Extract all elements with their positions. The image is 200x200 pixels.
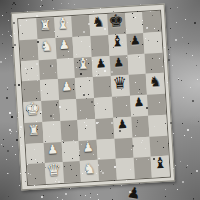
- noise-dot: [15, 4, 16, 5]
- black-pawn[interactable]: ♟: [91, 52, 110, 74]
- noise-dot: [3, 146, 4, 147]
- white-knight[interactable]: ♞: [80, 157, 99, 179]
- noise-dot: [6, 159, 7, 160]
- square-g4[interactable]: ♟: [129, 95, 148, 117]
- white-rook[interactable]: ♜: [24, 119, 43, 141]
- noise-dot: [0, 61, 2, 63]
- white-pawn[interactable]: ♟: [55, 34, 74, 56]
- noise-dot: [165, 196, 166, 197]
- noise-dot: [9, 129, 11, 131]
- noise-dot: [8, 31, 9, 32]
- square-b5[interactable]: [40, 79, 59, 101]
- square-b1[interactable]: ♛: [45, 162, 64, 184]
- white-rook[interactable]: ♜: [36, 14, 55, 36]
- noise-dot: [40, 6, 41, 7]
- noise-dot: [186, 53, 187, 54]
- noise-dot: [112, 199, 113, 200]
- square-g3[interactable]: [131, 115, 150, 137]
- black-bishop[interactable]: ♝: [108, 31, 127, 53]
- noise-dot: [2, 15, 3, 16]
- noise-dot: [110, 188, 111, 189]
- noise-dot: [193, 198, 194, 199]
- square-h4[interactable]: [147, 94, 166, 116]
- square-d4[interactable]: [76, 98, 95, 120]
- white-pawn[interactable]: ♟: [43, 138, 62, 160]
- noise-dot: [113, 185, 114, 186]
- noise-dot: [196, 170, 198, 172]
- noise-dot: [62, 199, 63, 200]
- white-bishop[interactable]: ♝: [74, 54, 93, 76]
- square-a7[interactable]: [19, 39, 38, 61]
- square-d5[interactable]: [75, 77, 94, 99]
- noise-dot: [57, 197, 58, 198]
- black-king[interactable]: ♚: [107, 10, 126, 32]
- square-e4[interactable]: [94, 97, 113, 119]
- noise-dot: [12, 146, 13, 147]
- square-e1[interactable]: [98, 159, 117, 181]
- square-a6[interactable]: [21, 60, 40, 82]
- noise-dot: [15, 154, 16, 155]
- square-g6[interactable]: [127, 53, 146, 75]
- square-c7[interactable]: ♟: [55, 37, 74, 59]
- square-f2[interactable]: [114, 137, 133, 159]
- square-b6[interactable]: [38, 59, 57, 81]
- noise-dot: [192, 55, 193, 56]
- noise-dot: [193, 199, 194, 200]
- noise-dot: [90, 197, 91, 198]
- noise-dot: [173, 184, 174, 185]
- black-pawn[interactable]: ♟: [129, 92, 148, 114]
- noise-dot: [16, 131, 17, 132]
- noise-dot: [19, 185, 20, 186]
- noise-dot: [186, 167, 187, 168]
- square-c5[interactable]: ♟: [57, 78, 76, 100]
- noise-dot: [70, 188, 71, 189]
- noise-dot: [9, 112, 11, 114]
- square-h5[interactable]: ♞: [146, 73, 165, 95]
- black-pawn[interactable]: ♟: [109, 51, 128, 73]
- chessboard-photo: ♜♝♞♚♞♟♝♟♝♟♟♟♛♞♚♟♜♟♟♟♛♞♝ ♟: [0, 0, 200, 200]
- square-e2[interactable]: [97, 138, 116, 160]
- square-f5[interactable]: ♛: [111, 75, 130, 97]
- square-h8[interactable]: [142, 11, 161, 33]
- noise-dot: [98, 199, 99, 200]
- noise-dot: [61, 3, 62, 4]
- white-pawn[interactable]: ♟: [57, 75, 76, 97]
- square-c3[interactable]: [60, 120, 79, 142]
- noise-dot: [188, 43, 189, 44]
- square-e5[interactable]: [93, 76, 112, 98]
- noise-dot: [181, 80, 182, 81]
- noise-dot: [11, 8, 12, 9]
- square-g1[interactable]: [133, 157, 152, 179]
- noise-dot: [12, 4, 13, 5]
- square-e8[interactable]: ♞: [89, 14, 108, 36]
- noise-dot: [5, 58, 6, 59]
- noise-dot: [185, 19, 186, 20]
- noise-dot: [7, 173, 8, 174]
- noise-dot: [182, 123, 183, 124]
- black-knight[interactable]: ♞: [146, 70, 165, 92]
- noise-dot: [169, 54, 170, 55]
- noise-dot: [196, 65, 197, 66]
- noise-dot: [10, 133, 11, 134]
- square-c2[interactable]: [61, 140, 80, 162]
- noise-dot: [184, 135, 185, 136]
- noise-dot: [182, 181, 184, 183]
- square-d1[interactable]: ♞: [80, 160, 99, 182]
- noise-dot: [42, 5, 43, 6]
- white-pawn[interactable]: ♟: [79, 136, 98, 158]
- noise-dot: [6, 97, 8, 99]
- noise-dot: [85, 195, 86, 196]
- square-f3[interactable]: ♟: [113, 117, 132, 139]
- noise-dot: [43, 195, 44, 196]
- noise-dot: [53, 8, 54, 9]
- noise-dot: [172, 65, 173, 66]
- noise-dot: [198, 121, 199, 122]
- noise-dot: [190, 87, 191, 88]
- noise-dot: [7, 89, 8, 90]
- chess-board: ♜♝♞♚♞♟♝♟♝♟♟♟♛♞♚♟♜♟♟♟♛♞♝: [17, 10, 171, 186]
- captured-black-pawn: ♟: [126, 185, 142, 200]
- noise-dot: [3, 139, 4, 140]
- noise-dot: [170, 8, 171, 9]
- noise-dot: [175, 39, 177, 41]
- square-g7[interactable]: ♟: [126, 33, 145, 55]
- noise-dot: [10, 35, 11, 36]
- square-a3[interactable]: ♜: [24, 122, 43, 144]
- square-h7[interactable]: [144, 32, 163, 54]
- white-queen[interactable]: ♛: [44, 159, 63, 181]
- square-c1[interactable]: [62, 161, 81, 183]
- noise-dot: [170, 47, 171, 48]
- noise-dot: [177, 189, 178, 190]
- noise-dot: [191, 173, 192, 174]
- noise-dot: [80, 195, 81, 196]
- noise-dot: [7, 150, 9, 152]
- square-a8[interactable]: [18, 18, 37, 40]
- black-knight[interactable]: ♞: [89, 11, 108, 33]
- noise-dot: [68, 3, 69, 4]
- square-g2[interactable]: [132, 136, 151, 158]
- square-d8[interactable]: [71, 15, 90, 37]
- square-b4[interactable]: [41, 100, 60, 122]
- square-f1[interactable]: [115, 158, 134, 180]
- noise-dot: [41, 196, 43, 198]
- noise-dot: [165, 189, 166, 190]
- noise-dot: [194, 22, 196, 24]
- board-frame: ♜♝♞♚♞♟♝♟♝♟♟♟♛♞♚♟♜♟♟♟♛♞♝: [11, 4, 175, 191]
- black-bishop[interactable]: ♝: [151, 153, 170, 175]
- noise-dot: [1, 144, 2, 145]
- square-h3[interactable]: [148, 114, 167, 136]
- square-d6[interactable]: ♝: [74, 57, 93, 79]
- noise-dot: [74, 4, 75, 5]
- noise-dot: [197, 79, 198, 80]
- noise-dot: [69, 188, 70, 189]
- noise-dot: [168, 59, 170, 61]
- noise-dot: [2, 34, 3, 35]
- noise-dot: [41, 0, 42, 1]
- noise-dot: [168, 49, 169, 50]
- noise-dot: [177, 7, 178, 8]
- noise-dot: [11, 131, 12, 132]
- square-a2[interactable]: [26, 143, 45, 165]
- black-pawn[interactable]: ♟: [126, 30, 145, 52]
- noise-dot: [8, 173, 9, 174]
- square-c4[interactable]: [59, 99, 78, 121]
- noise-dot: [121, 185, 122, 186]
- noise-dot: [191, 137, 192, 138]
- noise-dot: [65, 193, 67, 195]
- square-e3[interactable]: [95, 118, 114, 140]
- noise-dot: [97, 194, 98, 195]
- noise-dot: [178, 79, 179, 80]
- white-bishop[interactable]: ♝: [54, 13, 73, 35]
- noise-dot: [173, 133, 174, 134]
- noise-dot: [90, 193, 91, 194]
- noise-dot: [11, 55, 12, 56]
- noise-dot: [170, 28, 171, 29]
- noise-dot: [175, 165, 176, 166]
- noise-dot: [6, 12, 7, 13]
- square-a1[interactable]: [27, 163, 46, 185]
- noise-dot: [182, 37, 183, 38]
- noise-dot: [178, 78, 179, 79]
- noise-dot: [13, 2, 15, 4]
- noise-dot: [192, 100, 194, 102]
- noise-dot: [7, 87, 8, 88]
- noise-dot: [183, 97, 184, 98]
- square-h1[interactable]: ♝: [151, 156, 170, 178]
- white-king[interactable]: ♚: [23, 98, 42, 120]
- noise-dot: [187, 165, 188, 166]
- black-pawn[interactable]: ♟: [113, 114, 132, 136]
- black-queen[interactable]: ♛: [110, 72, 129, 94]
- noise-dot: [2, 43, 3, 44]
- noise-dot: [180, 161, 181, 162]
- noise-dot: [8, 196, 9, 197]
- square-b7[interactable]: ♞: [37, 38, 56, 60]
- noise-dot: [187, 129, 189, 131]
- noise-dot: [176, 22, 177, 23]
- noise-dot: [11, 116, 13, 118]
- square-e6[interactable]: ♟: [92, 55, 111, 77]
- white-knight[interactable]: ♞: [37, 35, 56, 57]
- noise-dot: [52, 0, 53, 1]
- noise-dot: [28, 4, 29, 5]
- noise-dot: [8, 20, 9, 21]
